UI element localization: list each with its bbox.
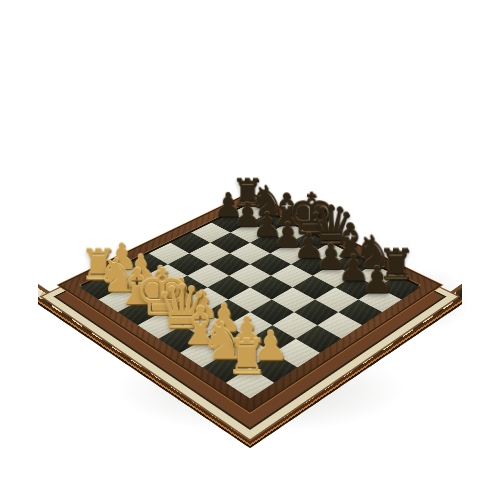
chess-set-photo: ♜♞♝♚♛♝♞♜♟♟♟♟♟♟♟♟♟♟♟♟♟♟♟♟♜♞♝♚♛♝♞♜ [0, 0, 500, 500]
scene: ♜♞♝♚♛♝♞♜♟♟♟♟♟♟♟♟♟♟♟♟♟♟♟♟♜♞♝♚♛♝♞♜ [0, 0, 500, 500]
piece-white-rook: ♜ [222, 334, 272, 382]
piece-black-pawn: ♟ [355, 262, 400, 299]
chess-board: ♜♞♝♚♛♝♞♜♟♟♟♟♟♟♟♟♟♟♟♟♟♟♟♟♜♞♝♚♛♝♞♜ [38, 184, 462, 429]
